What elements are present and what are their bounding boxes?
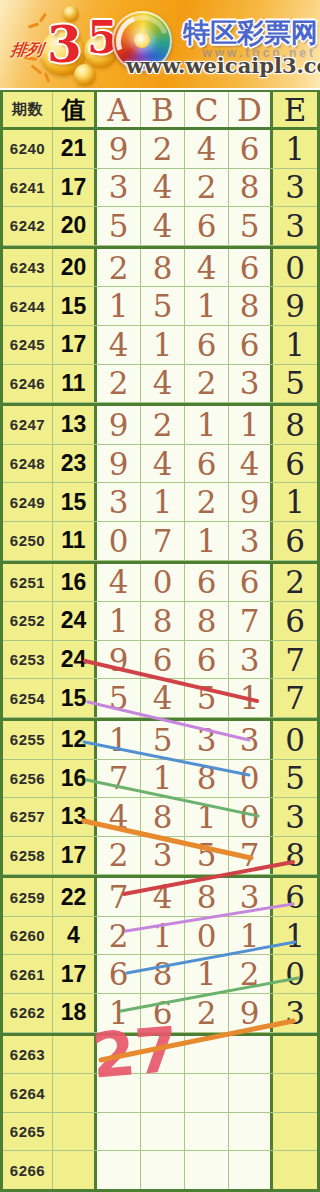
- e-cell: 7: [273, 679, 317, 717]
- digit-cell-c: 4: [185, 249, 229, 287]
- digit-cell-b: 4: [141, 169, 185, 207]
- value-cell: 24: [53, 602, 97, 640]
- digit-cell-c: 1: [185, 955, 229, 993]
- col-header-c: C: [185, 92, 229, 127]
- e-cell: 6: [273, 602, 317, 640]
- value-cell: 16: [53, 564, 97, 602]
- digit-cell-c: 1: [185, 522, 229, 560]
- digit-cell-c: 5: [185, 679, 229, 717]
- value-cell: 17: [53, 169, 97, 207]
- period-cell: 6246: [3, 365, 53, 403]
- digit-cell-d: 3: [229, 641, 273, 679]
- site-url: www.weicaipl3.com: [126, 53, 320, 78]
- banner: 排列 3 5 特区彩票网 www.tqcp.net www.weicaipl3.…: [0, 0, 320, 90]
- table-row: 6265: [3, 1113, 317, 1152]
- digit-cell-d: 7: [229, 837, 273, 875]
- digit-cell-b: 4: [141, 365, 185, 403]
- value-cell: 4: [53, 917, 97, 955]
- e-cell: [273, 1074, 317, 1112]
- digit-cell-c: 6: [185, 207, 229, 245]
- digit-cell-a: 5: [97, 679, 141, 717]
- digit-cell-c: [185, 1074, 229, 1112]
- digit-cell-b: [141, 1113, 185, 1151]
- value-header: 值: [53, 92, 97, 127]
- e-cell: 6: [273, 445, 317, 483]
- digit-cell-a: 9: [97, 641, 141, 679]
- digit-cell-b: 1: [141, 760, 185, 798]
- period-cell: 6250: [3, 522, 53, 560]
- digit-cell-d: 3: [229, 522, 273, 560]
- period-cell: 6252: [3, 602, 53, 640]
- digit-cell-c: 1: [185, 798, 229, 836]
- table-row: 62432028460: [3, 246, 317, 288]
- digit-cell-a: 2: [97, 249, 141, 287]
- series-label: 排列: [10, 40, 45, 61]
- e-cell: 1: [273, 917, 317, 955]
- big-digit-3: 3: [47, 20, 82, 70]
- period-cell: 6261: [3, 955, 53, 993]
- value-cell: [53, 1151, 97, 1189]
- table-row: 62571348103: [3, 798, 317, 837]
- digit-cell-b: 4: [141, 679, 185, 717]
- digit-cell-a: 2: [97, 837, 141, 875]
- digit-cell-c: 8: [185, 602, 229, 640]
- e-cell: [273, 1151, 317, 1189]
- digit-cell-b: 6: [141, 641, 185, 679]
- digit-cell-d: 5: [229, 207, 273, 245]
- col-header-d: D: [229, 92, 273, 127]
- period-cell: 6257: [3, 798, 53, 836]
- digit-cell-c: 2: [185, 169, 229, 207]
- value-cell: 15: [53, 287, 97, 325]
- e-cell: 1: [273, 483, 317, 521]
- e-cell: [273, 1113, 317, 1151]
- value-cell: 17: [53, 837, 97, 875]
- period-cell: 6262: [3, 994, 53, 1032]
- digit-cell-c: 8: [185, 878, 229, 916]
- digit-cell-d: 9: [229, 994, 273, 1032]
- digit-cell-d: 6: [229, 249, 273, 287]
- digit-cell-d: 0: [229, 760, 273, 798]
- table-row: 62451741661: [3, 326, 317, 365]
- digit-cell-d: 4: [229, 445, 273, 483]
- handwritten-prediction: 27: [89, 1018, 180, 1087]
- value-cell: 20: [53, 207, 97, 245]
- digit-cell-b: 5: [141, 721, 185, 759]
- table-row: 62581723578: [3, 837, 317, 876]
- value-cell: 23: [53, 445, 97, 483]
- table-row: 62551215330: [3, 718, 317, 760]
- digit-cell-c: [185, 1036, 229, 1074]
- value-cell: 13: [53, 406, 97, 444]
- period-cell: 6266: [3, 1151, 53, 1189]
- e-cell: 8: [273, 837, 317, 875]
- digit-cell-b: [141, 1151, 185, 1189]
- digit-cell-d: 8: [229, 287, 273, 325]
- value-cell: 13: [53, 798, 97, 836]
- digit-cell-b: 1: [141, 326, 185, 364]
- digit-cell-c: 6: [185, 641, 229, 679]
- digit-cell-d: 1: [229, 679, 273, 717]
- value-cell: 17: [53, 955, 97, 993]
- table-row: 62561671805: [3, 760, 317, 799]
- table-row: 62611768120: [3, 955, 317, 994]
- digit-cell-d: 3: [229, 878, 273, 916]
- digit-cell-a: 4: [97, 564, 141, 602]
- digit-cell-a: 2: [97, 365, 141, 403]
- period-cell: 6254: [3, 679, 53, 717]
- period-cell: 6247: [3, 406, 53, 444]
- digit-cell-a: 1: [97, 287, 141, 325]
- value-cell: [53, 1113, 97, 1151]
- digit-cell-b: 1: [141, 483, 185, 521]
- period-cell: 6256: [3, 760, 53, 798]
- e-cell: 9: [273, 287, 317, 325]
- digit-cell-d: 2: [229, 955, 273, 993]
- e-cell: 5: [273, 365, 317, 403]
- digit-cell-c: 1: [185, 287, 229, 325]
- period-cell: 6253: [3, 641, 53, 679]
- table-row: 6266: [3, 1151, 317, 1189]
- period-cell: 6241: [3, 169, 53, 207]
- digit-cell-d: [229, 1151, 273, 1189]
- digit-cell-a: 3: [97, 169, 141, 207]
- digit-cell-b: 7: [141, 522, 185, 560]
- digit-cell-a: 7: [97, 760, 141, 798]
- digit-cell-d: [229, 1074, 273, 1112]
- period-cell: 6264: [3, 1074, 53, 1112]
- value-cell: 22: [53, 878, 97, 916]
- e-cell: 3: [273, 798, 317, 836]
- digit-cell-b: 2: [141, 406, 185, 444]
- digit-cell-a: 4: [97, 326, 141, 364]
- e-cell: 2: [273, 564, 317, 602]
- digit-cell-c: 2: [185, 994, 229, 1032]
- value-cell: 11: [53, 522, 97, 560]
- value-cell: 15: [53, 483, 97, 521]
- digit-cell-d: 1: [229, 406, 273, 444]
- digit-cell-b: 5: [141, 287, 185, 325]
- value-cell: 15: [53, 679, 97, 717]
- value-cell: 17: [53, 326, 97, 364]
- e-cell: [273, 1036, 317, 1074]
- period-cell: 6255: [3, 721, 53, 759]
- digit-cell-b: 4: [141, 878, 185, 916]
- digit-cell-b: 4: [141, 207, 185, 245]
- e-cell: 0: [273, 955, 317, 993]
- period-cell: 6265: [3, 1113, 53, 1151]
- digit-cell-a: 3: [97, 483, 141, 521]
- value-cell: 24: [53, 641, 97, 679]
- digit-cell-d: 9: [229, 483, 273, 521]
- digit-cell-d: 6: [229, 130, 273, 168]
- e-cell: 6: [273, 522, 317, 560]
- digit-cell-c: [185, 1151, 229, 1189]
- period-cell: 6251: [3, 564, 53, 602]
- period-header: 期数: [3, 92, 53, 127]
- digit-cell-c: 3: [185, 721, 229, 759]
- table-row: 62532496637: [3, 641, 317, 680]
- table-row: 62441515189: [3, 287, 317, 326]
- digit-cell-c: 0: [185, 917, 229, 955]
- col-header-a: A: [97, 92, 141, 127]
- lottery-trend-chart-screen: 排列 3 5 特区彩票网 www.tqcp.net www.weicaipl3.…: [0, 0, 320, 1192]
- digit-cell-a: 5: [97, 207, 141, 245]
- digit-cell-c: 6: [185, 326, 229, 364]
- value-cell: [53, 1074, 97, 1112]
- e-cell: 1: [273, 326, 317, 364]
- digit-cell-d: 6: [229, 326, 273, 364]
- e-cell: 1: [273, 130, 317, 168]
- digit-cell-a: 0: [97, 522, 141, 560]
- digit-cell-a: 6: [97, 955, 141, 993]
- e-cell: 5: [273, 760, 317, 798]
- value-cell: 21: [53, 130, 97, 168]
- digit-cell-c: 1: [185, 406, 229, 444]
- e-cell: 6: [273, 878, 317, 916]
- e-cell: 0: [273, 721, 317, 759]
- table-row: 62461124235: [3, 365, 317, 404]
- period-cell: 6242: [3, 207, 53, 245]
- digit-cell-d: [229, 1113, 273, 1151]
- e-cell: 7: [273, 641, 317, 679]
- digit-cell-b: 8: [141, 798, 185, 836]
- table-row: 62482394646: [3, 445, 317, 484]
- digit-cell-a: 2: [97, 917, 141, 955]
- col-header-b: B: [141, 92, 185, 127]
- digit-cell-b: 4: [141, 445, 185, 483]
- digit-cell-c: 2: [185, 365, 229, 403]
- period-cell: 6244: [3, 287, 53, 325]
- digit-cell-a: [97, 1113, 141, 1151]
- period-cell: 6249: [3, 483, 53, 521]
- value-cell: 12: [53, 721, 97, 759]
- period-cell: 6258: [3, 837, 53, 875]
- digit-cell-b: 8: [141, 955, 185, 993]
- value-cell: 11: [53, 365, 97, 403]
- digit-cell-a: 1: [97, 602, 141, 640]
- digit-cell-c: 2: [185, 483, 229, 521]
- digit-cell-c: [185, 1113, 229, 1151]
- e-cell: 3: [273, 994, 317, 1032]
- digit-cell-b: 8: [141, 602, 185, 640]
- digit-cell-a: [97, 1151, 141, 1189]
- period-cell: 6259: [3, 878, 53, 916]
- period-cell: 6260: [3, 917, 53, 955]
- e-cell: 0: [273, 249, 317, 287]
- table-row: 62471392118: [3, 403, 317, 445]
- value-cell: 16: [53, 760, 97, 798]
- e-cell: 8: [273, 406, 317, 444]
- digit-cell-c: 4: [185, 130, 229, 168]
- digit-cell-d: 0: [229, 798, 273, 836]
- table-row: 62411734283: [3, 169, 317, 208]
- table-row: 62541554517: [3, 679, 317, 718]
- digit-cell-a: 9: [97, 130, 141, 168]
- value-cell: 20: [53, 249, 97, 287]
- digit-cell-b: 3: [141, 837, 185, 875]
- period-cell: 6243: [3, 249, 53, 287]
- table-row: 62522418876: [3, 602, 317, 641]
- digit-cell-c: 8: [185, 760, 229, 798]
- digit-cell-d: 3: [229, 365, 273, 403]
- digit-cell-c: 5: [185, 837, 229, 875]
- digit-cell-c: 6: [185, 564, 229, 602]
- digit-cell-a: 1: [97, 721, 141, 759]
- digit-cell-a: 9: [97, 406, 141, 444]
- digit-cell-b: 8: [141, 249, 185, 287]
- period-cell: 6263: [3, 1036, 53, 1074]
- digit-cell-b: 2: [141, 130, 185, 168]
- digit-cell-d: 3: [229, 721, 273, 759]
- digit-cell-b: 0: [141, 564, 185, 602]
- table-row: 62511640662: [3, 561, 317, 603]
- digit-cell-d: 8: [229, 169, 273, 207]
- table-row: 62592274836: [3, 875, 317, 917]
- e-cell: 3: [273, 169, 317, 207]
- table-row: 62491531291: [3, 483, 317, 522]
- digit-cell-a: 4: [97, 798, 141, 836]
- digit-cell-a: 7: [97, 878, 141, 916]
- period-cell: 6245: [3, 326, 53, 364]
- table-row: 62402192461: [3, 130, 317, 169]
- table-row: 62422054653: [3, 207, 317, 246]
- header-row: 期数值ABCDE: [3, 92, 317, 130]
- e-cell: 3: [273, 207, 317, 245]
- table-row: 62501107136: [3, 522, 317, 561]
- digit-cell-d: 6: [229, 564, 273, 602]
- period-cell: 6240: [3, 130, 53, 168]
- digit-cell-b: 1: [141, 917, 185, 955]
- digit-cell-d: [229, 1036, 273, 1074]
- digit-cell-d: 7: [229, 602, 273, 640]
- digit-cell-a: 9: [97, 445, 141, 483]
- period-cell: 6248: [3, 445, 53, 483]
- digit-cell-c: 6: [185, 445, 229, 483]
- table-row: 6260421011: [3, 917, 317, 956]
- col-header-e: E: [273, 92, 317, 127]
- digit-cell-d: 1: [229, 917, 273, 955]
